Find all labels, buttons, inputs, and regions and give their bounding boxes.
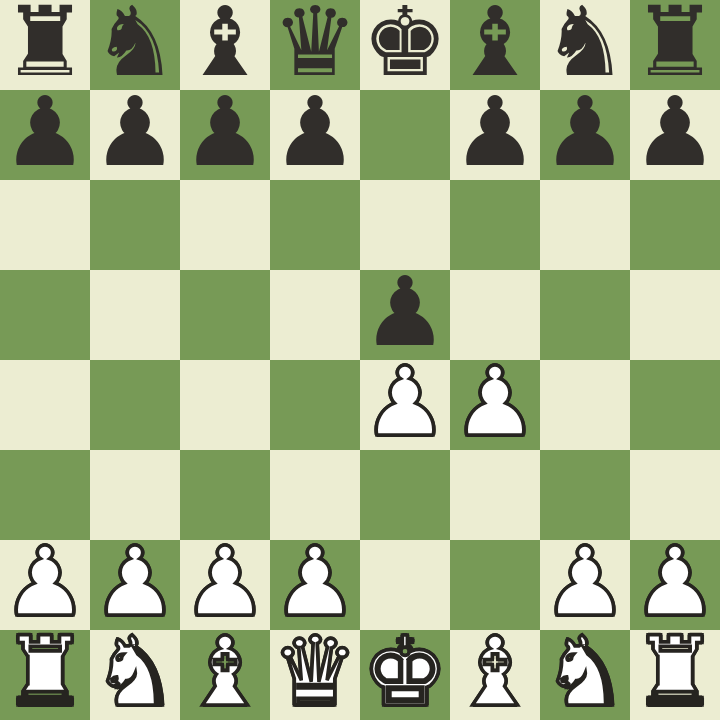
piece-black-pawn[interactable]: ♟ bbox=[2, 87, 88, 177]
square-h1[interactable]: ♜ bbox=[630, 630, 720, 720]
square-d7[interactable]: ♟ bbox=[270, 90, 360, 180]
piece-black-pawn[interactable]: ♟ bbox=[272, 87, 358, 177]
piece-white-pawn[interactable]: ♟ bbox=[182, 537, 268, 627]
piece-black-knight[interactable]: ♞ bbox=[92, 0, 178, 87]
square-e8[interactable]: ♚ bbox=[360, 0, 450, 90]
square-d1[interactable]: ♛ bbox=[270, 630, 360, 720]
piece-white-bishop[interactable]: ♝ bbox=[452, 627, 538, 717]
square-c6[interactable] bbox=[180, 180, 270, 270]
piece-black-rook[interactable]: ♜ bbox=[632, 0, 718, 87]
square-h4[interactable] bbox=[630, 360, 720, 450]
square-e1[interactable]: ♚ bbox=[360, 630, 450, 720]
square-h6[interactable] bbox=[630, 180, 720, 270]
square-e3[interactable] bbox=[360, 450, 450, 540]
piece-black-pawn[interactable]: ♟ bbox=[542, 87, 628, 177]
piece-black-bishop[interactable]: ♝ bbox=[182, 0, 268, 87]
piece-black-rook[interactable]: ♜ bbox=[2, 0, 88, 87]
square-b4[interactable] bbox=[90, 360, 180, 450]
piece-black-pawn[interactable]: ♟ bbox=[92, 87, 178, 177]
square-g4[interactable] bbox=[540, 360, 630, 450]
piece-black-pawn[interactable]: ♟ bbox=[362, 267, 448, 357]
square-a5[interactable] bbox=[0, 270, 90, 360]
piece-black-pawn[interactable]: ♟ bbox=[452, 87, 538, 177]
square-a7[interactable]: ♟ bbox=[0, 90, 90, 180]
square-g5[interactable] bbox=[540, 270, 630, 360]
square-c1[interactable]: ♝ bbox=[180, 630, 270, 720]
square-d5[interactable] bbox=[270, 270, 360, 360]
piece-white-knight[interactable]: ♞ bbox=[542, 627, 628, 717]
square-e4[interactable]: ♟ bbox=[360, 360, 450, 450]
piece-white-pawn[interactable]: ♟ bbox=[542, 537, 628, 627]
piece-white-knight[interactable]: ♞ bbox=[92, 627, 178, 717]
square-g1[interactable]: ♞ bbox=[540, 630, 630, 720]
square-g7[interactable]: ♟ bbox=[540, 90, 630, 180]
piece-black-knight[interactable]: ♞ bbox=[542, 0, 628, 87]
piece-white-pawn[interactable]: ♟ bbox=[362, 357, 448, 447]
piece-white-rook[interactable]: ♜ bbox=[632, 627, 718, 717]
square-f7[interactable]: ♟ bbox=[450, 90, 540, 180]
square-e7[interactable] bbox=[360, 90, 450, 180]
square-h5[interactable] bbox=[630, 270, 720, 360]
square-d4[interactable] bbox=[270, 360, 360, 450]
square-a6[interactable] bbox=[0, 180, 90, 270]
piece-black-bishop[interactable]: ♝ bbox=[452, 0, 538, 87]
piece-black-pawn[interactable]: ♟ bbox=[632, 87, 718, 177]
square-d6[interactable] bbox=[270, 180, 360, 270]
square-b6[interactable] bbox=[90, 180, 180, 270]
square-b5[interactable] bbox=[90, 270, 180, 360]
square-c4[interactable] bbox=[180, 360, 270, 450]
piece-black-king[interactable]: ♚ bbox=[362, 0, 448, 87]
square-f6[interactable] bbox=[450, 180, 540, 270]
piece-white-pawn[interactable]: ♟ bbox=[92, 537, 178, 627]
square-f1[interactable]: ♝ bbox=[450, 630, 540, 720]
square-f4[interactable]: ♟ bbox=[450, 360, 540, 450]
square-b7[interactable]: ♟ bbox=[90, 90, 180, 180]
square-b1[interactable]: ♞ bbox=[90, 630, 180, 720]
square-h7[interactable]: ♟ bbox=[630, 90, 720, 180]
piece-black-queen[interactable]: ♛ bbox=[272, 0, 358, 87]
piece-black-pawn[interactable]: ♟ bbox=[182, 87, 268, 177]
piece-white-king[interactable]: ♚ bbox=[362, 627, 448, 717]
piece-white-rook[interactable]: ♜ bbox=[2, 627, 88, 717]
piece-white-pawn[interactable]: ♟ bbox=[272, 537, 358, 627]
piece-white-pawn[interactable]: ♟ bbox=[2, 537, 88, 627]
piece-white-pawn[interactable]: ♟ bbox=[632, 537, 718, 627]
square-g6[interactable] bbox=[540, 180, 630, 270]
piece-white-bishop[interactable]: ♝ bbox=[182, 627, 268, 717]
piece-white-queen[interactable]: ♛ bbox=[272, 627, 358, 717]
square-f3[interactable] bbox=[450, 450, 540, 540]
square-c7[interactable]: ♟ bbox=[180, 90, 270, 180]
square-a1[interactable]: ♜ bbox=[0, 630, 90, 720]
piece-white-pawn[interactable]: ♟ bbox=[452, 357, 538, 447]
square-c5[interactable] bbox=[180, 270, 270, 360]
square-a4[interactable] bbox=[0, 360, 90, 450]
chess-board: ♜♞♝♛♚♝♞♜♟♟♟♟♟♟♟♟♟♟♟♟♟♟♟♟♜♞♝♛♚♝♞♜ bbox=[0, 0, 720, 720]
